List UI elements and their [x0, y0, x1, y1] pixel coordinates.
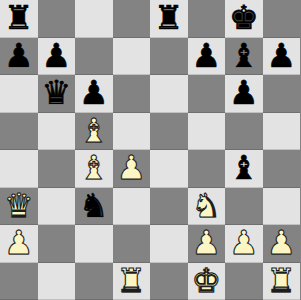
white-knight: ♞ — [191, 189, 221, 222]
square-e5[interactable] — [150, 113, 188, 151]
square-g4[interactable]: ♝ — [225, 150, 263, 188]
square-h1[interactable]: ♜ — [263, 263, 301, 300]
square-g2[interactable]: ♟ — [225, 225, 263, 263]
square-g5[interactable] — [225, 113, 263, 151]
white-pawn: ♟ — [191, 226, 221, 259]
square-g8[interactable]: ♚ — [225, 0, 263, 38]
square-f7[interactable]: ♟ — [188, 38, 226, 76]
black-queen: ♛ — [41, 76, 71, 109]
square-f6[interactable] — [188, 75, 226, 113]
square-c3[interactable]: ♞ — [75, 188, 113, 226]
black-king: ♚ — [229, 1, 259, 34]
square-f5[interactable] — [188, 113, 226, 151]
white-pawn: ♟ — [4, 226, 34, 259]
black-pawn: ♟ — [229, 76, 259, 109]
square-g1[interactable] — [225, 263, 263, 300]
square-e8[interactable]: ♜ — [150, 0, 188, 38]
square-b3[interactable] — [38, 188, 76, 226]
square-e2[interactable] — [150, 225, 188, 263]
square-h5[interactable] — [263, 113, 301, 151]
square-f1[interactable]: ♚ — [188, 263, 226, 300]
square-b6[interactable]: ♛ — [38, 75, 76, 113]
square-b5[interactable] — [38, 113, 76, 151]
square-e6[interactable] — [150, 75, 188, 113]
square-d4[interactable]: ♟ — [113, 150, 151, 188]
square-e4[interactable] — [150, 150, 188, 188]
square-c5[interactable]: ♝ — [75, 113, 113, 151]
black-pawn: ♟ — [41, 39, 71, 72]
square-g7[interactable]: ♝ — [225, 38, 263, 76]
square-d6[interactable] — [113, 75, 151, 113]
square-d2[interactable] — [113, 225, 151, 263]
black-rook: ♜ — [154, 1, 184, 34]
square-d3[interactable] — [113, 188, 151, 226]
white-rook: ♜ — [266, 264, 296, 297]
white-king: ♚ — [191, 264, 221, 297]
black-rook: ♜ — [4, 1, 34, 34]
square-a6[interactable] — [0, 75, 38, 113]
square-h4[interactable] — [263, 150, 301, 188]
square-e1[interactable] — [150, 263, 188, 300]
square-c4[interactable]: ♝ — [75, 150, 113, 188]
black-bishop: ♝ — [229, 39, 259, 72]
square-b7[interactable]: ♟ — [38, 38, 76, 76]
square-b1[interactable] — [38, 263, 76, 300]
square-h3[interactable] — [263, 188, 301, 226]
square-d8[interactable] — [113, 0, 151, 38]
white-bishop: ♝ — [79, 114, 109, 147]
square-e7[interactable] — [150, 38, 188, 76]
square-a5[interactable] — [0, 113, 38, 151]
square-d1[interactable]: ♜ — [113, 263, 151, 300]
square-e3[interactable] — [150, 188, 188, 226]
square-d7[interactable] — [113, 38, 151, 76]
square-c8[interactable] — [75, 0, 113, 38]
square-d5[interactable] — [113, 113, 151, 151]
chess-board: ♜♜♚♟♟♟♝♟♛♟♟♝♝♟♝♛♞♞♟♟♟♟♜♚♜ — [0, 0, 300, 300]
square-b2[interactable] — [38, 225, 76, 263]
square-a8[interactable]: ♜ — [0, 0, 38, 38]
white-pawn: ♟ — [229, 226, 259, 259]
square-a4[interactable] — [0, 150, 38, 188]
square-h7[interactable]: ♟ — [263, 38, 301, 76]
black-pawn: ♟ — [191, 39, 221, 72]
square-f2[interactable]: ♟ — [188, 225, 226, 263]
white-bishop: ♝ — [79, 151, 109, 184]
square-b4[interactable] — [38, 150, 76, 188]
square-c7[interactable] — [75, 38, 113, 76]
white-queen: ♛ — [4, 189, 34, 222]
square-c6[interactable]: ♟ — [75, 75, 113, 113]
black-pawn: ♟ — [79, 76, 109, 109]
square-h6[interactable] — [263, 75, 301, 113]
black-bishop: ♝ — [229, 151, 259, 184]
square-f4[interactable] — [188, 150, 226, 188]
square-a1[interactable] — [0, 263, 38, 300]
black-pawn: ♟ — [266, 39, 296, 72]
square-b8[interactable] — [38, 0, 76, 38]
square-a7[interactable]: ♟ — [0, 38, 38, 76]
square-f8[interactable] — [188, 0, 226, 38]
square-g6[interactable]: ♟ — [225, 75, 263, 113]
white-pawn: ♟ — [266, 226, 296, 259]
square-h8[interactable] — [263, 0, 301, 38]
square-c2[interactable] — [75, 225, 113, 263]
black-knight: ♞ — [79, 189, 109, 222]
square-a3[interactable]: ♛ — [0, 188, 38, 226]
square-f3[interactable]: ♞ — [188, 188, 226, 226]
white-rook: ♜ — [116, 264, 146, 297]
square-g3[interactable] — [225, 188, 263, 226]
white-pawn: ♟ — [116, 151, 146, 184]
square-h2[interactable]: ♟ — [263, 225, 301, 263]
square-c1[interactable] — [75, 263, 113, 300]
black-pawn: ♟ — [4, 39, 34, 72]
square-a2[interactable]: ♟ — [0, 225, 38, 263]
